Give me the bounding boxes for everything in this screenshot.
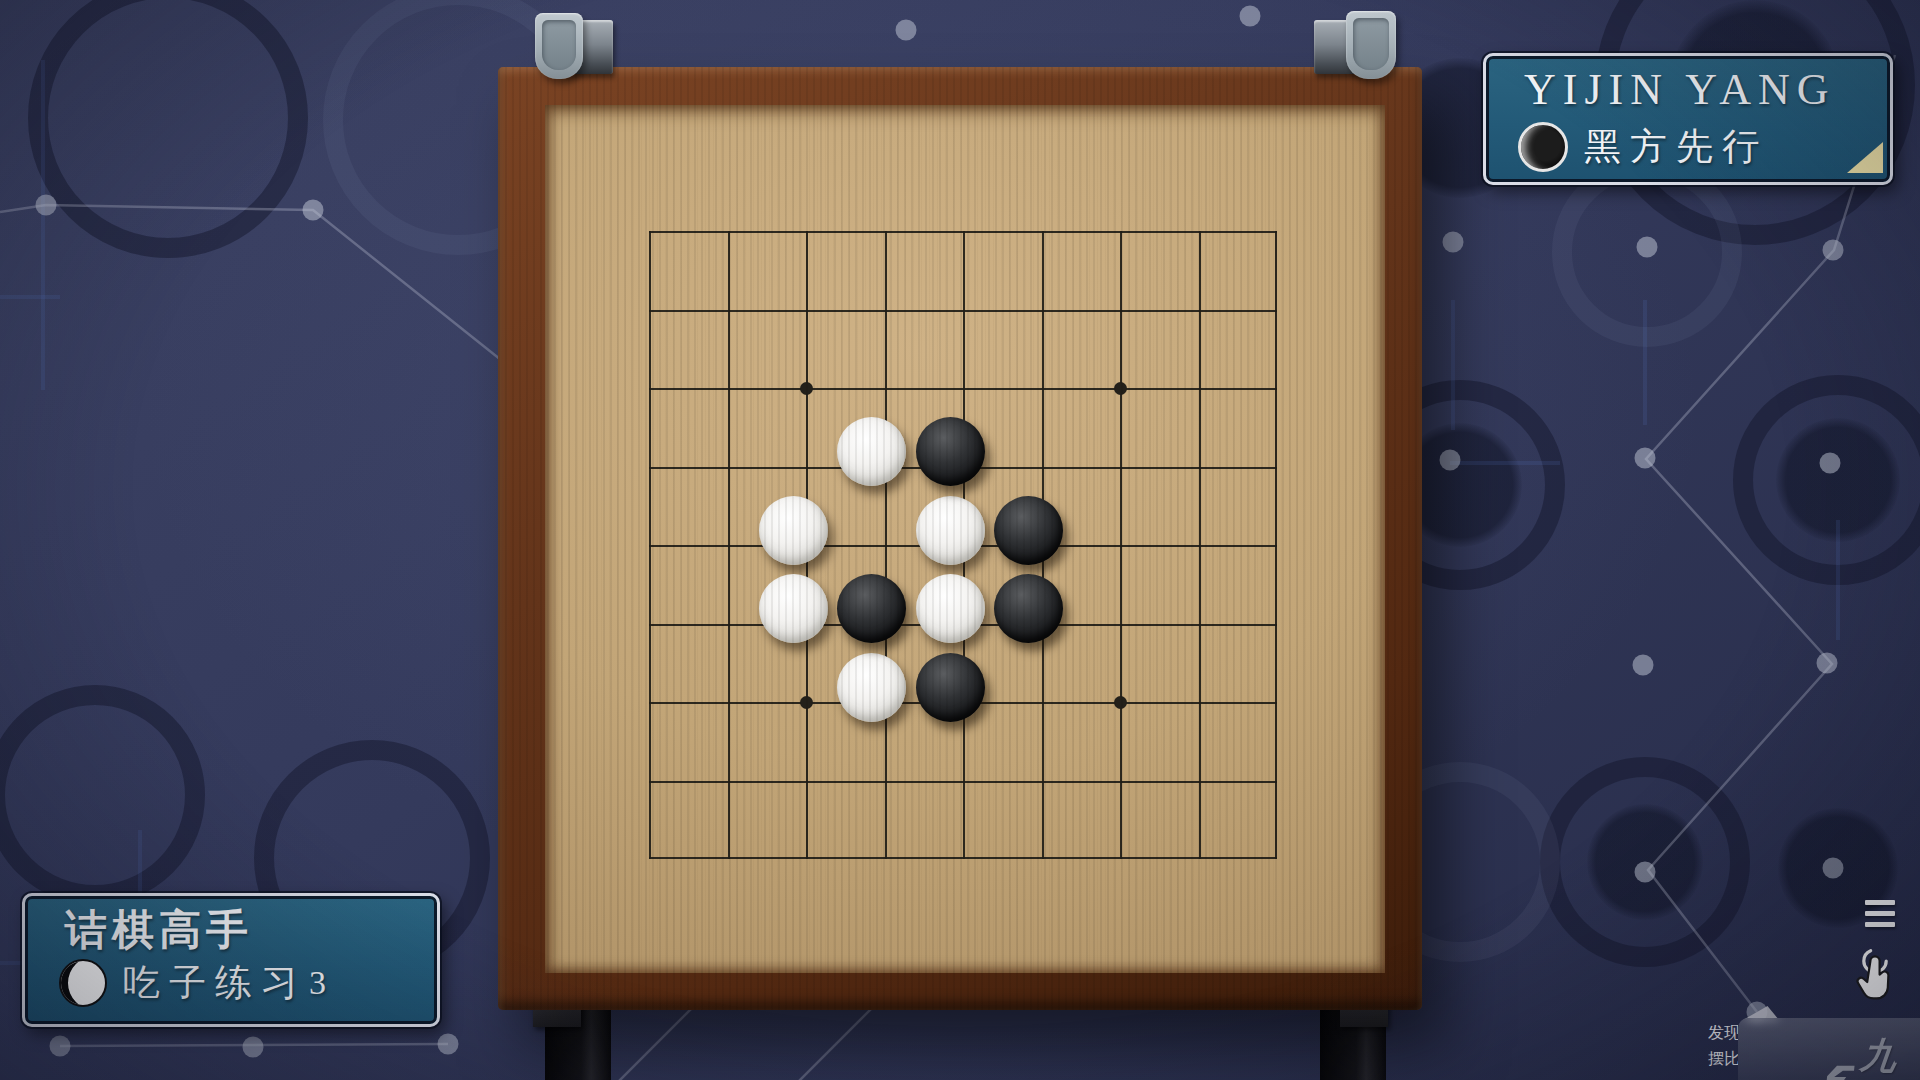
- app-window: YIJIN YANG 黑方先行 诘棋高手 吃子练习 3 发现 摆比 九游: [0, 0, 1920, 1080]
- vignette-overlay: [0, 0, 1920, 1080]
